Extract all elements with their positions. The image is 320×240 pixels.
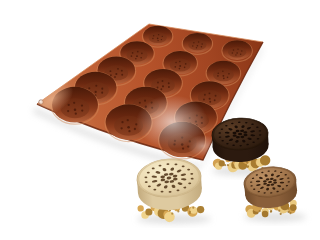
pastry-dark-chocolate [210,117,270,174]
pastry-cream [134,157,205,225]
mold-cavity-r0c1 [182,33,212,54]
scene-svg [0,0,320,240]
mold-cavity-r0c2 [222,40,252,61]
product-photo [0,0,320,240]
